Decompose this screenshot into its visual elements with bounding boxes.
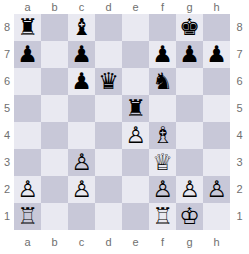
square-e4[interactable]: ♙	[122, 122, 149, 149]
square-g1[interactable]: ♔	[176, 203, 203, 230]
file-label-c: c	[68, 230, 95, 254]
square-d1[interactable]	[95, 203, 122, 230]
square-f5[interactable]	[149, 95, 176, 122]
black-king: ♚	[179, 14, 200, 41]
rank-labels-right: 87654321	[230, 14, 249, 230]
rank-labels-left: 87654321	[0, 14, 14, 230]
file-label-e: e	[122, 0, 149, 14]
square-b6[interactable]	[41, 68, 68, 95]
square-f4[interactable]: ♗	[149, 122, 176, 149]
black-pawn: ♟	[71, 41, 92, 68]
square-c6[interactable]: ♟	[68, 68, 95, 95]
white-bishop: ♗	[152, 122, 173, 149]
rank-label-3: 3	[0, 149, 14, 176]
rank-label-7: 7	[230, 41, 249, 68]
file-label-f: f	[149, 0, 176, 14]
square-d3[interactable]	[95, 149, 122, 176]
square-b7[interactable]	[41, 41, 68, 68]
square-f2[interactable]: ♙	[149, 176, 176, 203]
square-f6[interactable]: ♞	[149, 68, 176, 95]
file-label-a: a	[14, 0, 41, 14]
file-label-h: h	[203, 230, 230, 254]
square-e2[interactable]	[122, 176, 149, 203]
square-e5[interactable]: ♜	[122, 95, 149, 122]
square-g6[interactable]	[176, 68, 203, 95]
square-h1[interactable]	[203, 203, 230, 230]
square-f1[interactable]: ♖	[149, 203, 176, 230]
square-h2[interactable]: ♙	[203, 176, 230, 203]
white-queen: ♕	[152, 149, 173, 176]
black-knight: ♞	[152, 68, 173, 95]
square-e7[interactable]	[122, 41, 149, 68]
square-h4[interactable]	[203, 122, 230, 149]
file-label-h: h	[203, 0, 230, 14]
square-c7[interactable]: ♟	[68, 41, 95, 68]
square-g2[interactable]: ♙	[176, 176, 203, 203]
square-d2[interactable]	[95, 176, 122, 203]
file-label-d: d	[95, 0, 122, 14]
rank-label-8: 8	[0, 14, 14, 41]
square-h7[interactable]: ♟	[203, 41, 230, 68]
rank-label-3: 3	[230, 149, 249, 176]
file-label-g: g	[176, 0, 203, 14]
white-pawn: ♙	[125, 122, 146, 149]
square-h3[interactable]	[203, 149, 230, 176]
square-h8[interactable]	[203, 14, 230, 41]
black-pawn: ♟	[71, 68, 92, 95]
square-b4[interactable]	[41, 122, 68, 149]
file-label-c: c	[68, 0, 95, 14]
rank-label-5: 5	[230, 95, 249, 122]
square-e6[interactable]	[122, 68, 149, 95]
rank-label-4: 4	[0, 122, 14, 149]
square-c8[interactable]: ♝	[68, 14, 95, 41]
rank-label-2: 2	[0, 176, 14, 203]
rank-label-6: 6	[230, 68, 249, 95]
file-label-d: d	[95, 230, 122, 254]
square-c1[interactable]	[68, 203, 95, 230]
square-a4[interactable]	[14, 122, 41, 149]
square-e1[interactable]	[122, 203, 149, 230]
black-pawn: ♟	[152, 41, 173, 68]
square-b8[interactable]	[41, 14, 68, 41]
square-a2[interactable]: ♙	[14, 176, 41, 203]
black-pawn: ♟	[179, 41, 200, 68]
square-d5[interactable]	[95, 95, 122, 122]
rank-label-6: 6	[0, 68, 14, 95]
square-c2[interactable]: ♙	[68, 176, 95, 203]
square-a7[interactable]: ♟	[14, 41, 41, 68]
square-a6[interactable]	[14, 68, 41, 95]
rank-label-7: 7	[0, 41, 14, 68]
black-rook: ♜	[17, 14, 38, 41]
white-pawn: ♙	[71, 176, 92, 203]
square-b3[interactable]	[41, 149, 68, 176]
square-g5[interactable]	[176, 95, 203, 122]
rank-label-1: 1	[0, 203, 14, 230]
square-g8[interactable]: ♚	[176, 14, 203, 41]
square-a8[interactable]: ♜	[14, 14, 41, 41]
square-d8[interactable]	[95, 14, 122, 41]
square-d6[interactable]: ♛	[95, 68, 122, 95]
file-label-e: e	[122, 230, 149, 254]
white-king: ♔	[179, 203, 200, 230]
rank-label-1: 1	[230, 203, 249, 230]
square-a5[interactable]	[14, 95, 41, 122]
square-a1[interactable]: ♖	[14, 203, 41, 230]
square-e8[interactable]	[122, 14, 149, 41]
square-g4[interactable]	[176, 122, 203, 149]
black-rook: ♜	[125, 95, 146, 122]
rank-label-8: 8	[230, 14, 249, 41]
file-labels-top: abcdefgh	[14, 0, 230, 14]
black-pawn: ♟	[206, 41, 227, 68]
black-queen: ♛	[98, 68, 119, 95]
square-c3[interactable]: ♙	[68, 149, 95, 176]
square-g7[interactable]: ♟	[176, 41, 203, 68]
black-pawn: ♟	[17, 41, 38, 68]
square-f8[interactable]	[149, 14, 176, 41]
square-e3[interactable]	[122, 149, 149, 176]
square-b2[interactable]	[41, 176, 68, 203]
rank-label-2: 2	[230, 176, 249, 203]
file-label-a: a	[14, 230, 41, 254]
square-c4[interactable]	[68, 122, 95, 149]
file-label-f: f	[149, 230, 176, 254]
square-f3[interactable]: ♕	[149, 149, 176, 176]
rank-label-5: 5	[0, 95, 14, 122]
white-rook: ♖	[17, 203, 38, 230]
square-c5[interactable]	[68, 95, 95, 122]
square-b1[interactable]	[41, 203, 68, 230]
black-bishop: ♝	[71, 14, 92, 41]
square-h6[interactable]	[203, 68, 230, 95]
white-pawn: ♙	[71, 149, 92, 176]
file-labels-bottom: abcdefgh	[14, 230, 230, 254]
square-h5[interactable]	[203, 95, 230, 122]
white-rook: ♖	[152, 203, 173, 230]
square-d4[interactable]	[95, 122, 122, 149]
square-b5[interactable]	[41, 95, 68, 122]
square-f7[interactable]: ♟	[149, 41, 176, 68]
chess-board[interactable]: ♜♝♚♟♟♟♟♟♟♛♞♜♙♗♙♕♙♙♙♙♙♖♖♔	[14, 14, 230, 230]
white-pawn: ♙	[17, 176, 38, 203]
file-label-b: b	[41, 0, 68, 14]
white-pawn: ♙	[152, 176, 173, 203]
rank-label-4: 4	[230, 122, 249, 149]
square-a3[interactable]	[14, 149, 41, 176]
square-d7[interactable]	[95, 41, 122, 68]
white-pawn: ♙	[206, 176, 227, 203]
file-label-g: g	[176, 230, 203, 254]
file-label-b: b	[41, 230, 68, 254]
white-pawn: ♙	[179, 176, 200, 203]
square-g3[interactable]	[176, 149, 203, 176]
